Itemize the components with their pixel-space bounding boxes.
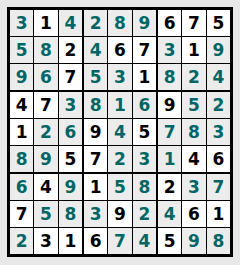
cell-r9c9[interactable]: 8 bbox=[207, 228, 230, 254]
cell-r9c4[interactable]: 6 bbox=[84, 228, 107, 254]
cell-r9c2[interactable]: 3 bbox=[34, 228, 57, 254]
cell-r8c3[interactable]: 8 bbox=[59, 201, 82, 227]
box-4: 473126895 bbox=[10, 92, 82, 172]
cell-r6c4[interactable]: 7 bbox=[84, 146, 107, 172]
sudoku-board: 3145829672894675316753198244731268958169… bbox=[7, 7, 233, 257]
cell-r2c6[interactable]: 7 bbox=[133, 37, 156, 63]
cell-r3c7[interactable]: 8 bbox=[158, 64, 181, 90]
cell-r1c8[interactable]: 7 bbox=[182, 10, 205, 36]
cell-r2c3[interactable]: 2 bbox=[59, 37, 82, 63]
cell-r1c6[interactable]: 9 bbox=[133, 10, 156, 36]
cell-r6c5[interactable]: 2 bbox=[108, 146, 131, 172]
cell-r5c6[interactable]: 5 bbox=[133, 119, 156, 145]
cell-r3c9[interactable]: 4 bbox=[207, 64, 230, 90]
cell-r8c8[interactable]: 6 bbox=[182, 201, 205, 227]
cell-r5c1[interactable]: 1 bbox=[10, 119, 33, 145]
cell-r2c5[interactable]: 6 bbox=[108, 37, 131, 63]
cell-r2c4[interactable]: 4 bbox=[84, 37, 107, 63]
box-1: 314582967 bbox=[10, 10, 82, 90]
cell-r8c4[interactable]: 3 bbox=[84, 201, 107, 227]
cell-r1c9[interactable]: 5 bbox=[207, 10, 230, 36]
cell-r7c7[interactable]: 2 bbox=[158, 174, 181, 200]
cell-r9c1[interactable]: 2 bbox=[10, 228, 33, 254]
cell-r4c8[interactable]: 5 bbox=[182, 92, 205, 118]
cell-r7c2[interactable]: 4 bbox=[34, 174, 57, 200]
cell-r7c4[interactable]: 1 bbox=[84, 174, 107, 200]
cell-r2c2[interactable]: 8 bbox=[34, 37, 57, 63]
cell-r1c2[interactable]: 1 bbox=[34, 10, 57, 36]
box-7: 649758231 bbox=[10, 174, 82, 254]
cell-r5c9[interactable]: 3 bbox=[207, 119, 230, 145]
cell-r3c1[interactable]: 9 bbox=[10, 64, 33, 90]
cell-r4c4[interactable]: 8 bbox=[84, 92, 107, 118]
cell-r5c2[interactable]: 2 bbox=[34, 119, 57, 145]
cell-r6c1[interactable]: 8 bbox=[10, 146, 33, 172]
cell-r4c6[interactable]: 6 bbox=[133, 92, 156, 118]
box-9: 237461598 bbox=[158, 174, 230, 254]
cell-r3c4[interactable]: 5 bbox=[84, 64, 107, 90]
cell-r8c1[interactable]: 7 bbox=[10, 201, 33, 227]
box-8: 158392674 bbox=[84, 174, 156, 254]
cell-r6c3[interactable]: 5 bbox=[59, 146, 82, 172]
cell-r6c7[interactable]: 1 bbox=[158, 146, 181, 172]
cell-r3c2[interactable]: 6 bbox=[34, 64, 57, 90]
cell-r5c8[interactable]: 8 bbox=[182, 119, 205, 145]
cell-r1c5[interactable]: 8 bbox=[108, 10, 131, 36]
cell-r3c6[interactable]: 1 bbox=[133, 64, 156, 90]
cell-r7c3[interactable]: 9 bbox=[59, 174, 82, 200]
cell-r6c9[interactable]: 6 bbox=[207, 146, 230, 172]
cell-r2c7[interactable]: 3 bbox=[158, 37, 181, 63]
cell-r3c5[interactable]: 3 bbox=[108, 64, 131, 90]
cell-r8c7[interactable]: 4 bbox=[158, 201, 181, 227]
cell-r1c3[interactable]: 4 bbox=[59, 10, 82, 36]
cell-r6c6[interactable]: 3 bbox=[133, 146, 156, 172]
cell-r4c1[interactable]: 4 bbox=[10, 92, 33, 118]
cell-r9c5[interactable]: 7 bbox=[108, 228, 131, 254]
cell-r9c6[interactable]: 4 bbox=[133, 228, 156, 254]
box-2: 289467531 bbox=[84, 10, 156, 90]
cell-r9c7[interactable]: 5 bbox=[158, 228, 181, 254]
cell-r7c1[interactable]: 6 bbox=[10, 174, 33, 200]
box-5: 816945723 bbox=[84, 92, 156, 172]
cell-r6c8[interactable]: 4 bbox=[182, 146, 205, 172]
cell-r8c9[interactable]: 1 bbox=[207, 201, 230, 227]
cell-r7c6[interactable]: 8 bbox=[133, 174, 156, 200]
cell-r1c1[interactable]: 3 bbox=[10, 10, 33, 36]
cell-r2c8[interactable]: 1 bbox=[182, 37, 205, 63]
cell-r1c7[interactable]: 6 bbox=[158, 10, 181, 36]
cell-r4c9[interactable]: 2 bbox=[207, 92, 230, 118]
cell-r9c8[interactable]: 9 bbox=[182, 228, 205, 254]
cell-r8c6[interactable]: 2 bbox=[133, 201, 156, 227]
cell-r2c9[interactable]: 9 bbox=[207, 37, 230, 63]
cell-r3c3[interactable]: 7 bbox=[59, 64, 82, 90]
cell-r7c5[interactable]: 5 bbox=[108, 174, 131, 200]
cell-r1c4[interactable]: 2 bbox=[84, 10, 107, 36]
cell-r9c3[interactable]: 1 bbox=[59, 228, 82, 254]
cell-r4c2[interactable]: 7 bbox=[34, 92, 57, 118]
cell-r5c3[interactable]: 6 bbox=[59, 119, 82, 145]
cell-r4c5[interactable]: 1 bbox=[108, 92, 131, 118]
cell-r8c5[interactable]: 9 bbox=[108, 201, 131, 227]
cell-r4c3[interactable]: 3 bbox=[59, 92, 82, 118]
cell-r5c7[interactable]: 7 bbox=[158, 119, 181, 145]
box-3: 675319824 bbox=[158, 10, 230, 90]
cell-r5c5[interactable]: 4 bbox=[108, 119, 131, 145]
cell-r7c9[interactable]: 7 bbox=[207, 174, 230, 200]
cell-r7c8[interactable]: 3 bbox=[182, 174, 205, 200]
cell-r8c2[interactable]: 5 bbox=[34, 201, 57, 227]
box-6: 952783146 bbox=[158, 92, 230, 172]
cell-r5c4[interactable]: 9 bbox=[84, 119, 107, 145]
cell-r6c2[interactable]: 9 bbox=[34, 146, 57, 172]
cell-r3c8[interactable]: 2 bbox=[182, 64, 205, 90]
cell-r2c1[interactable]: 5 bbox=[10, 37, 33, 63]
cell-r4c7[interactable]: 9 bbox=[158, 92, 181, 118]
